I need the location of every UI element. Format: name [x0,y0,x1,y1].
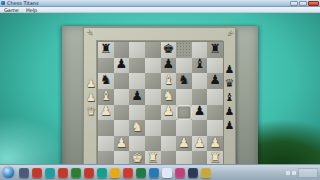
square-b8[interactable] [114,42,130,58]
square-e8[interactable]: ♚ [161,42,177,58]
system-tray[interactable] [286,168,318,178]
close-button[interactable] [308,1,319,6]
piece-wP-e4[interactable]: ♟ [162,104,174,118]
square-f7[interactable] [176,58,192,74]
square-d6[interactable] [145,73,161,89]
square-e6[interactable]: ♝ [161,73,177,89]
piece-bP-h6[interactable]: ♟ [209,73,221,87]
piece-wB-a5[interactable]: ♝ [100,89,112,103]
square-d5[interactable] [145,89,161,105]
piece-wN-e5[interactable]: ♞ [162,89,174,103]
taskbar-icons [19,168,211,178]
piece-bB-g7[interactable]: ♝ [194,57,206,71]
piece-bP-g4[interactable]: ♟ [194,104,206,118]
piece-bP-b7[interactable]: ♟ [116,57,128,71]
square-c8[interactable] [129,42,145,58]
captured-white-3-wQ: ♛ [86,105,96,119]
square-b4[interactable] [114,105,130,121]
captured-white-2-wP: ♟ [86,91,96,105]
square-b7[interactable]: ♟ [114,58,130,74]
square-h2[interactable]: ♟ [207,136,223,152]
piece-wN-c3[interactable]: ♞ [131,120,143,134]
desktop: ≫ ≫ ≫ ≫ ♜♚♜♟♟♝♞♝♞♟♝♟♞♟♟♟♞♟♟♟♟♚♜♜ ♟♟♛ ♟♛♝… [0,0,320,180]
square-e5[interactable]: ♞ [161,89,177,105]
captured-white-tray: ♟♟♛ [85,77,97,119]
piece-bK-e8[interactable]: ♚ [162,42,174,56]
title-bar[interactable]: Chess Titans [0,0,320,7]
taskbar-app-15[interactable] [201,168,211,178]
board: ♜♚♜♟♟♝♞♝♞♟♝♟♞♟♟♟♞♟♟♟♟♚♜♜ [97,41,224,168]
piece-bR-a8[interactable]: ♜ [100,42,112,56]
square-c3[interactable]: ♞ [129,120,145,136]
square-d3[interactable] [145,120,161,136]
taskbar-app-6[interactable] [84,168,94,178]
piece-bN-f6[interactable]: ♞ [178,73,190,87]
square-g6[interactable] [192,73,208,89]
tray-icon-1[interactable] [286,171,290,175]
square-g3[interactable] [192,120,208,136]
square-c5[interactable]: ♟ [129,89,145,105]
square-f5[interactable] [176,89,192,105]
chess-scene-background: ≫ ≫ ≫ ≫ ♜♚♜♟♟♝♞♝♞♟♝♟♞♟♟♟♞♟♟♟♟♚♜♜ ♟♟♛ ♟♛♝… [0,13,320,164]
square-f4[interactable] [176,105,192,121]
maximize-button[interactable] [299,1,307,6]
piece-bR-h8[interactable]: ♜ [209,42,221,56]
taskbar-app-9[interactable] [123,168,133,178]
taskbar-app-5[interactable] [71,168,81,178]
piece-wP-a4[interactable]: ♟ [100,104,112,118]
taskbar-app-7[interactable] [97,168,107,178]
square-h6[interactable]: ♟ [207,73,223,89]
square-d7[interactable] [145,58,161,74]
captured-white-1-wP: ♟ [86,77,96,91]
taskbar-app-4[interactable] [58,168,68,178]
square-d2[interactable] [145,136,161,152]
captured-black-5-bP: ♟ [225,119,235,133]
square-a3[interactable] [98,120,114,136]
captured-black-2-bQ: ♛ [225,77,235,91]
taskbar-app-10[interactable] [136,168,146,178]
square-a4[interactable]: ♟ [98,105,114,121]
square-h5[interactable] [207,89,223,105]
piece-wB-e6[interactable]: ♝ [162,73,174,87]
square-g8[interactable] [192,42,208,58]
piece-wP-g2[interactable]: ♟ [194,136,206,150]
square-b5[interactable] [114,89,130,105]
menu-game[interactable]: Game [4,7,19,12]
menu-help[interactable]: Help [26,7,37,12]
taskbar-app-14[interactable] [188,168,198,178]
square-a2[interactable] [98,136,114,152]
square-e3[interactable] [161,120,177,136]
square-g4[interactable]: ♟ [192,105,208,121]
square-a5[interactable]: ♝ [98,89,114,105]
piece-bP-c5[interactable]: ♟ [131,89,143,103]
piece-wP-f2[interactable]: ♟ [178,136,190,150]
app-icon [1,1,5,5]
menu-bar: Game Help [0,7,320,13]
square-d4[interactable] [145,105,161,121]
piece-wP-b2[interactable]: ♟ [116,136,128,150]
square-c6[interactable] [129,73,145,89]
square-a8[interactable]: ♜ [98,42,114,58]
square-g5[interactable] [192,89,208,105]
square-h4[interactable] [207,105,223,121]
taskbar-app-3[interactable] [45,168,55,178]
frame-ornament-top-right: ≫ [224,28,234,38]
square-h3[interactable] [207,120,223,136]
piece-wP-h2[interactable]: ♟ [209,136,221,150]
taskbar-app-1[interactable] [19,168,29,178]
square-g7[interactable]: ♝ [192,58,208,74]
start-button[interactable] [3,167,14,178]
taskbar-app-8[interactable] [110,168,120,178]
taskbar-clock[interactable] [298,168,318,178]
window-title: Chess Titans [7,0,39,7]
square-e4[interactable]: ♟ [161,105,177,121]
square-a6[interactable]: ♞ [98,73,114,89]
square-c4[interactable] [129,105,145,121]
square-b2[interactable]: ♟ [114,136,130,152]
minimize-button[interactable] [290,1,298,6]
square-f2[interactable]: ♟ [176,136,192,152]
piece-bN-a6[interactable]: ♞ [100,73,112,87]
square-b6[interactable] [114,73,130,89]
square-g2[interactable]: ♟ [192,136,208,152]
captured-black-tray: ♟♛♝♟♟ [223,63,236,133]
taskbar-app-12[interactable] [162,168,172,178]
square-c7[interactable] [129,58,145,74]
square-f6[interactable]: ♞ [176,73,192,89]
square-e2[interactable] [161,136,177,152]
square-h8[interactable]: ♜ [207,42,223,58]
captured-black-4-bP: ♟ [225,105,235,119]
taskbar-app-2[interactable] [32,168,42,178]
square-e7[interactable]: ♟ [161,58,177,74]
taskbar [0,164,320,180]
square-f8[interactable] [176,42,192,58]
taskbar-app-13[interactable] [175,168,185,178]
square-f3[interactable] [176,120,192,136]
square-d8[interactable] [145,42,161,58]
frame-ornament-top-left: ≫ [85,28,95,38]
piece-bP-e7[interactable]: ♟ [162,57,174,71]
square-h7[interactable] [207,58,223,74]
square-a7[interactable] [98,58,114,74]
captured-black-1-bP: ♟ [225,63,235,77]
square-b3[interactable] [114,120,130,136]
tray-icon-2[interactable] [292,171,296,175]
square-c2[interactable] [129,136,145,152]
captured-black-3-bB: ♝ [225,91,235,105]
taskbar-app-11[interactable] [149,168,159,178]
